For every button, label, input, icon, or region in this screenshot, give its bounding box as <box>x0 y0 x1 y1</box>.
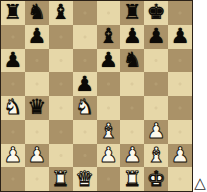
white-rook-icon: ♜ <box>123 168 142 191</box>
square-a6[interactable]: ♟ <box>1 49 25 73</box>
white-pawn-icon: ♟ <box>4 144 23 167</box>
square-d2[interactable] <box>73 144 97 168</box>
square-c6[interactable] <box>49 49 73 73</box>
square-e3[interactable]: ♝ <box>97 120 121 144</box>
square-g8[interactable]: ♚ <box>144 1 168 25</box>
white-pawn-icon: ♟ <box>123 144 142 167</box>
square-g3[interactable]: ♟ <box>144 120 168 144</box>
white-pawn-icon: ♟ <box>147 120 166 143</box>
square-g2[interactable]: ♝ <box>144 144 168 168</box>
black-bishop-icon: ♝ <box>99 25 118 48</box>
square-g7[interactable]: ♟ <box>144 25 168 49</box>
white-knight-icon: ♞ <box>75 96 94 119</box>
square-d8[interactable] <box>73 1 97 25</box>
square-a4[interactable]: ♞ <box>1 96 25 120</box>
square-e7[interactable]: ♝ <box>97 25 121 49</box>
black-pawn-icon: ♟ <box>171 25 190 48</box>
square-e4[interactable] <box>97 96 121 120</box>
white-pawn-icon: ♟ <box>171 144 190 167</box>
square-a3[interactable] <box>1 120 25 144</box>
square-a5[interactable] <box>1 72 25 96</box>
square-h5[interactable] <box>168 72 192 96</box>
square-f8[interactable]: ♜ <box>120 1 144 25</box>
square-d5[interactable]: ♟ <box>73 72 97 96</box>
square-g5[interactable] <box>144 72 168 96</box>
square-f1[interactable]: ♜ <box>120 167 144 191</box>
square-b8[interactable]: ♞ <box>25 1 49 25</box>
square-g4[interactable] <box>144 96 168 120</box>
square-a7[interactable] <box>1 25 25 49</box>
black-pawn-icon: ♟ <box>27 25 46 48</box>
square-a8[interactable]: ♜ <box>1 1 25 25</box>
square-d6[interactable] <box>73 49 97 73</box>
white-knight-icon: ♞ <box>4 96 23 119</box>
square-h8[interactable] <box>168 1 192 25</box>
square-b2[interactable]: ♟ <box>25 144 49 168</box>
square-b6[interactable] <box>25 49 49 73</box>
black-pawn-icon: ♟ <box>123 25 142 48</box>
white-rook-icon: ♜ <box>51 168 70 191</box>
square-h6[interactable] <box>168 49 192 73</box>
white-queen-icon: ♛ <box>75 168 94 191</box>
square-c8[interactable]: ♝ <box>49 1 73 25</box>
black-queen-icon: ♛ <box>27 96 46 119</box>
square-h1[interactable] <box>168 167 192 191</box>
black-pawn-icon: ♟ <box>147 25 166 48</box>
square-b5[interactable] <box>25 72 49 96</box>
square-b1[interactable] <box>25 167 49 191</box>
white-to-move-indicator: △ <box>193 175 207 192</box>
square-d1[interactable]: ♛ <box>73 167 97 191</box>
square-a2[interactable]: ♟ <box>1 144 25 168</box>
square-c1[interactable]: ♜ <box>49 167 73 191</box>
white-king-icon: ♚ <box>147 168 166 191</box>
white-pawn-icon: ♟ <box>27 144 46 167</box>
square-f5[interactable] <box>120 72 144 96</box>
square-d4[interactable]: ♞ <box>73 96 97 120</box>
black-king-icon: ♚ <box>147 1 166 24</box>
square-f7[interactable]: ♟ <box>120 25 144 49</box>
square-h2[interactable]: ♟ <box>168 144 192 168</box>
square-h4[interactable] <box>168 96 192 120</box>
chess-diagram: ♜♞♝♜♚♟♝♟♟♟♟♟♞♟♞♛♞♝♟♟♟♟♟♝♟♜♛♜♚ △ <box>0 0 207 192</box>
square-f3[interactable] <box>120 120 144 144</box>
square-e6[interactable]: ♟ <box>97 49 121 73</box>
black-knight-icon: ♞ <box>123 49 142 72</box>
square-b7[interactable]: ♟ <box>25 25 49 49</box>
black-pawn-icon: ♟ <box>99 49 118 72</box>
white-bishop-icon: ♝ <box>99 120 118 143</box>
square-f4[interactable] <box>120 96 144 120</box>
black-knight-icon: ♞ <box>27 1 46 24</box>
square-c2[interactable] <box>49 144 73 168</box>
square-b3[interactable] <box>25 120 49 144</box>
black-pawn-icon: ♟ <box>75 73 94 96</box>
square-a1[interactable] <box>1 167 25 191</box>
black-bishop-icon: ♝ <box>51 1 70 24</box>
square-h7[interactable]: ♟ <box>168 25 192 49</box>
side-panel: △ <box>193 0 207 192</box>
chess-board: ♜♞♝♜♚♟♝♟♟♟♟♟♞♟♞♛♞♝♟♟♟♟♟♝♟♜♛♜♚ <box>0 0 193 192</box>
square-f6[interactable]: ♞ <box>120 49 144 73</box>
square-e1[interactable] <box>97 167 121 191</box>
white-pawn-icon: ♟ <box>99 144 118 167</box>
square-h3[interactable] <box>168 120 192 144</box>
square-b4[interactable]: ♛ <box>25 96 49 120</box>
black-pawn-icon: ♟ <box>4 49 23 72</box>
square-e8[interactable] <box>97 1 121 25</box>
white-bishop-icon: ♝ <box>147 144 166 167</box>
square-f2[interactable]: ♟ <box>120 144 144 168</box>
square-c5[interactable] <box>49 72 73 96</box>
square-c7[interactable] <box>49 25 73 49</box>
black-rook-icon: ♜ <box>4 1 23 24</box>
square-e5[interactable] <box>97 72 121 96</box>
square-e2[interactable]: ♟ <box>97 144 121 168</box>
black-rook-icon: ♜ <box>123 1 142 24</box>
square-d7[interactable] <box>73 25 97 49</box>
square-g6[interactable] <box>144 49 168 73</box>
square-c3[interactable] <box>49 120 73 144</box>
square-g1[interactable]: ♚ <box>144 167 168 191</box>
square-d3[interactable] <box>73 120 97 144</box>
square-c4[interactable] <box>49 96 73 120</box>
